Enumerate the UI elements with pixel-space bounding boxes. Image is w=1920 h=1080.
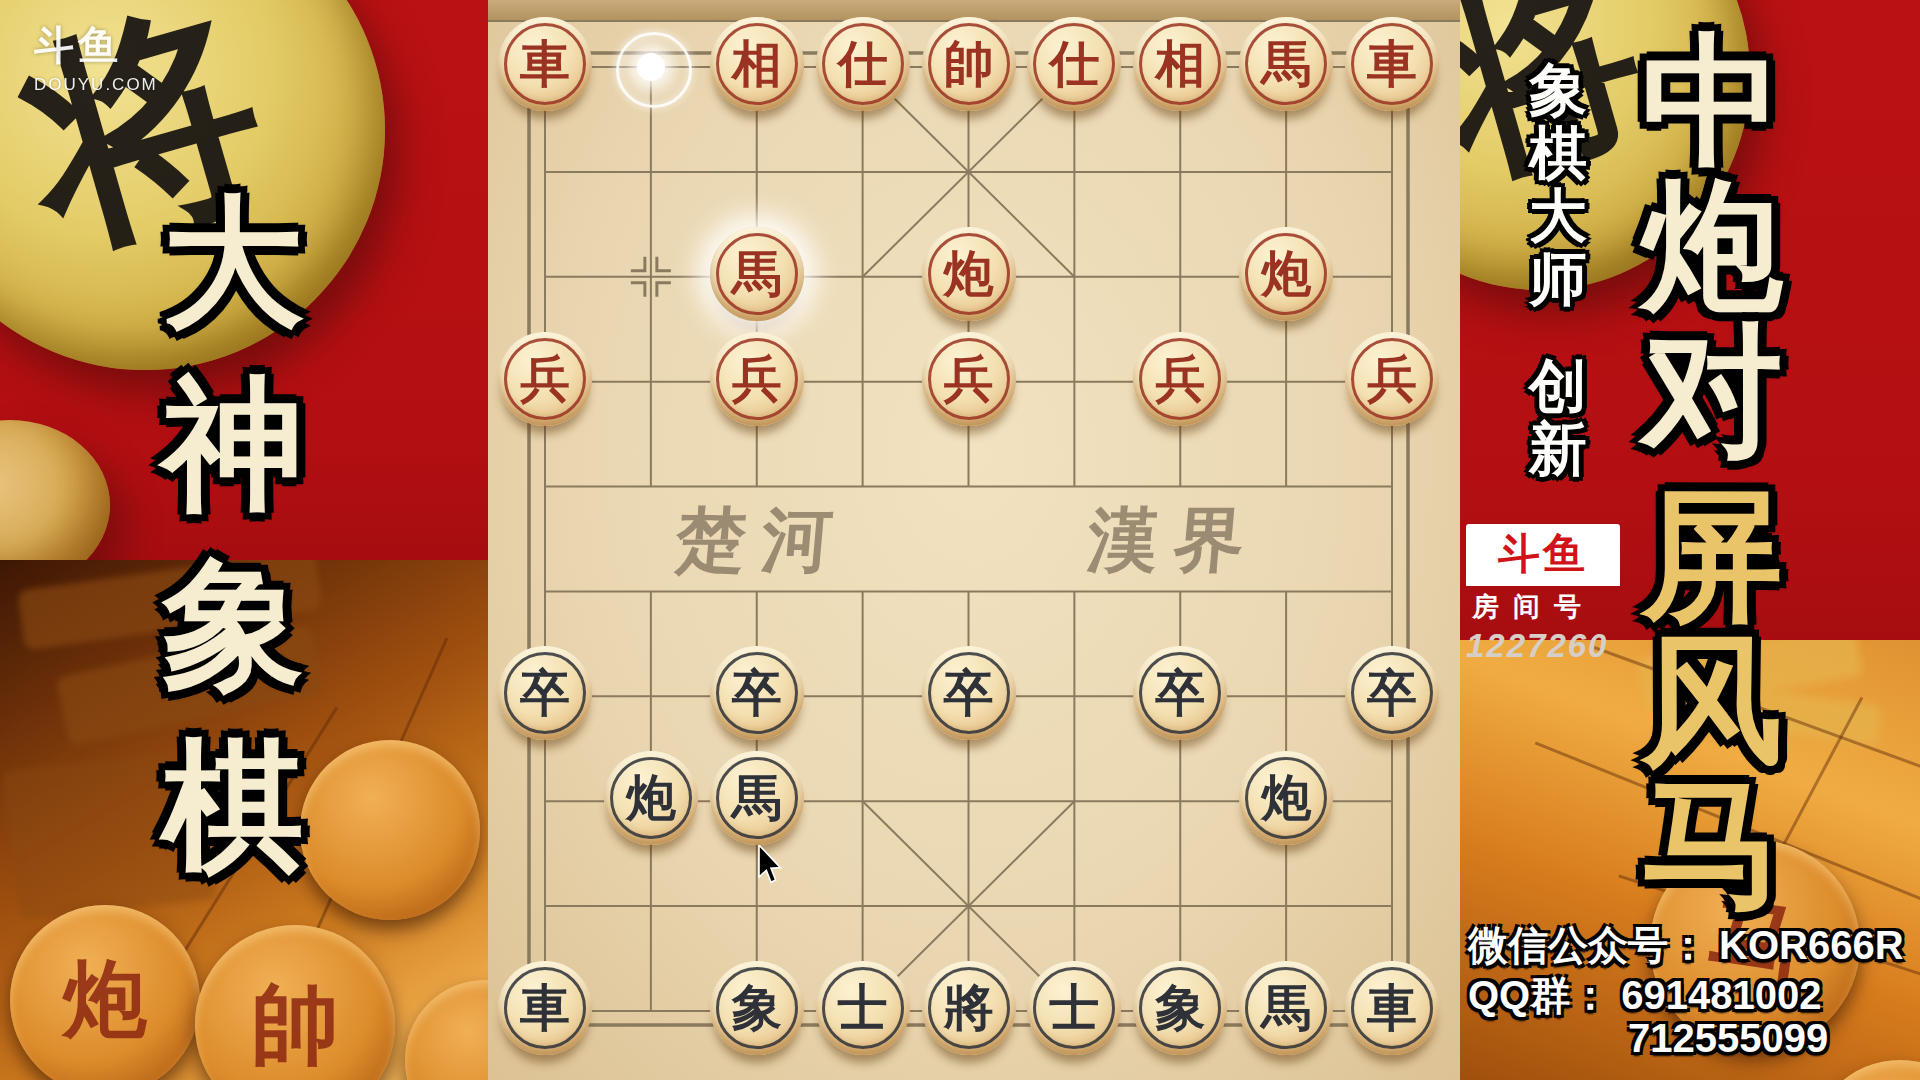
photo-piece-blur	[300, 740, 480, 920]
main-title-char-5: 风	[1641, 629, 1783, 771]
piece-red-elephant[interactable]: 相	[1133, 17, 1227, 111]
shuai-glyph: 帥	[251, 966, 339, 1080]
photo-piece-shuai: 帥	[195, 925, 395, 1080]
piece-black-advisor[interactable]: 士	[816, 961, 910, 1055]
piece-glyph: 兵	[732, 354, 782, 404]
subtitle-char-2: 棋	[1529, 124, 1587, 182]
piece-glyph: 炮	[626, 773, 676, 823]
douyu-domain-text: DOUYU.COM	[34, 75, 158, 95]
piece-glyph: 車	[1367, 983, 1417, 1033]
photo-piece-edge	[405, 980, 488, 1080]
qq-group-line-2: 712555099	[1468, 1016, 1920, 1061]
piece-red-soldier[interactable]: 兵	[710, 332, 804, 426]
qq-group-line: QQ群： 691481002	[1468, 968, 1920, 1023]
piece-red-advisor[interactable]: 仕	[1027, 17, 1121, 111]
creative-char-1: 创	[1529, 357, 1587, 415]
piece-glyph: 炮	[1261, 773, 1311, 823]
piece-black-elephant[interactable]: 象	[1133, 961, 1227, 1055]
piece-red-horse[interactable]: 馬	[710, 227, 804, 321]
piece-black-soldier[interactable]: 卒	[922, 646, 1016, 740]
photo-piece-corner	[1810, 1060, 1920, 1080]
piece-black-cannon[interactable]: 炮	[604, 751, 698, 845]
piece-red-horse[interactable]: 馬	[1239, 17, 1333, 111]
piece-red-general[interactable]: 帥	[922, 17, 1016, 111]
piece-glyph: 車	[520, 39, 570, 89]
board-grid	[488, 0, 1460, 1080]
piece-glyph: 卒	[732, 668, 782, 718]
piece-black-elephant[interactable]: 象	[710, 961, 804, 1055]
piece-glyph: 相	[732, 39, 782, 89]
piece-glyph: 炮	[1261, 249, 1311, 299]
piece-red-rook[interactable]: 車	[498, 17, 592, 111]
room-number-value: 1227260	[1466, 627, 1620, 665]
piece-glyph: 馬	[732, 249, 782, 299]
piece-glyph: 兵	[520, 354, 570, 404]
piece-glyph: 士	[1049, 983, 1099, 1033]
piece-red-rook[interactable]: 車	[1345, 17, 1439, 111]
piece-red-cannon[interactable]: 炮	[1239, 227, 1333, 321]
piece-glyph: 炮	[944, 249, 994, 299]
douyu-room-logo: 斗鱼	[1466, 524, 1620, 586]
piece-black-horse[interactable]: 馬	[1239, 961, 1333, 1055]
piece-red-soldier[interactable]: 兵	[498, 332, 592, 426]
creative-char-2: 新	[1529, 420, 1587, 478]
piece-black-cannon[interactable]: 炮	[1239, 751, 1333, 845]
main-title-char-1: 中	[1641, 29, 1783, 171]
piece-glyph: 仕	[838, 39, 888, 89]
douyu-watermark: 斗鱼 DOUYU.COM	[34, 18, 158, 95]
piece-red-soldier[interactable]: 兵	[1345, 332, 1439, 426]
piece-glyph: 士	[838, 983, 888, 1033]
piece-red-soldier[interactable]: 兵	[1133, 332, 1227, 426]
piece-glyph: 馬	[1261, 983, 1311, 1033]
main-title-char-3: 对	[1641, 319, 1783, 461]
piece-red-cannon[interactable]: 炮	[922, 227, 1016, 321]
piece-black-advisor[interactable]: 士	[1027, 961, 1121, 1055]
piece-glyph: 象	[732, 983, 782, 1033]
piece-glyph: 卒	[944, 668, 994, 718]
left-title-char-4: 棋	[162, 734, 304, 876]
xiangqi-board[interactable]: 楚河 漢界 車相仕帥仕相馬車馬炮炮兵兵兵兵兵卒卒卒卒卒炮馬炮車象士將士象馬車	[488, 0, 1460, 1080]
piece-glyph: 相	[1155, 39, 1205, 89]
subtitle-char-4: 师	[1529, 250, 1587, 308]
piece-black-general[interactable]: 將	[922, 961, 1016, 1055]
piece-glyph: 馬	[732, 773, 782, 823]
left-title-char-1: 大	[162, 191, 304, 333]
piece-red-soldier[interactable]: 兵	[922, 332, 1016, 426]
piece-black-soldier[interactable]: 卒	[710, 646, 804, 740]
piece-red-elephant[interactable]: 相	[710, 17, 804, 111]
piece-glyph: 卒	[520, 668, 570, 718]
subtitle-char-1: 象	[1529, 61, 1587, 119]
piece-glyph: 馬	[1261, 39, 1311, 89]
main-title-char-4: 屏	[1641, 484, 1783, 626]
piece-glyph: 兵	[1155, 354, 1205, 404]
piece-glyph: 將	[944, 983, 994, 1033]
room-number-block: 斗鱼 房间号 1227260	[1466, 524, 1620, 665]
piece-black-rook[interactable]: 車	[498, 961, 592, 1055]
subtitle-char-3: 大	[1529, 187, 1587, 245]
river-text-hanjie: 漢界	[1084, 494, 1264, 588]
left-banner: 将 炮 帥 斗鱼 DOUYU.COM 大 神 象 棋	[0, 0, 488, 1080]
pao-glyph: 炮	[63, 943, 147, 1057]
stream-frame: 将 炮 帥 斗鱼 DOUYU.COM 大 神 象 棋	[0, 0, 1920, 1080]
last-move-origin-dot	[637, 53, 665, 81]
piece-black-rook[interactable]: 車	[1345, 961, 1439, 1055]
left-title-char-3: 象	[162, 553, 304, 695]
wechat-line: 微信公众号： KOR666R	[1468, 918, 1920, 973]
photo-piece-pao: 炮	[10, 905, 200, 1080]
piece-black-soldier[interactable]: 卒	[498, 646, 592, 740]
piece-glyph: 兵	[1367, 354, 1417, 404]
douyu-logo-text: 斗鱼	[34, 18, 158, 73]
piece-black-horse[interactable]: 馬	[710, 751, 804, 845]
piece-glyph: 帥	[944, 39, 994, 89]
piece-black-soldier[interactable]: 卒	[1345, 646, 1439, 740]
piece-glyph: 象	[1155, 983, 1205, 1033]
piece-glyph: 兵	[944, 354, 994, 404]
piece-glyph: 卒	[1155, 668, 1205, 718]
piece-glyph: 車	[520, 983, 570, 1033]
piece-glyph: 車	[1367, 39, 1417, 89]
river-text-chuhe: 楚河	[672, 494, 852, 588]
main-title-char-6: 马	[1641, 772, 1783, 914]
piece-black-soldier[interactable]: 卒	[1133, 646, 1227, 740]
piece-glyph: 卒	[1367, 668, 1417, 718]
left-title-char-2: 神	[162, 372, 304, 514]
piece-red-advisor[interactable]: 仕	[816, 17, 910, 111]
main-title-char-2: 炮	[1641, 174, 1783, 316]
piece-glyph: 仕	[1049, 39, 1099, 89]
room-number-label: 房间号	[1466, 586, 1620, 627]
